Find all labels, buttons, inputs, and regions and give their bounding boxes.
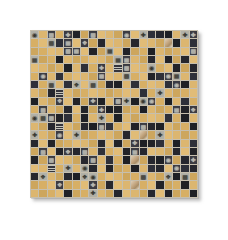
tile: [181, 81, 188, 88]
tile: ◉: [173, 81, 180, 88]
tile: [190, 64, 197, 71]
tile: [89, 73, 96, 80]
tile: [173, 48, 180, 55]
tile: [81, 31, 88, 38]
tile: [98, 56, 105, 63]
tile: [39, 181, 46, 188]
tile: [140, 39, 147, 46]
tile: [156, 39, 163, 46]
tile: [81, 81, 88, 88]
tile: [89, 148, 96, 155]
tile: [165, 89, 172, 96]
tile: [181, 56, 188, 63]
tile: [156, 114, 163, 121]
tile: [98, 173, 105, 180]
tile: [73, 140, 80, 147]
tile: [140, 181, 147, 188]
tile: [165, 31, 172, 38]
tile: [181, 73, 188, 80]
tile: [131, 131, 138, 138]
tile: [156, 48, 163, 55]
tile: [98, 39, 105, 46]
tile: [31, 48, 38, 55]
tile: [89, 56, 96, 63]
tile: [165, 39, 172, 46]
tile: [31, 165, 38, 172]
tile: [31, 190, 38, 197]
tile: [156, 165, 163, 172]
tile: [73, 106, 80, 113]
tile: [165, 81, 172, 88]
tile: [140, 106, 147, 113]
tile: ◉: [89, 173, 96, 180]
tile: [39, 81, 46, 88]
tile: [73, 148, 80, 155]
tile: [173, 131, 180, 138]
tile: [31, 81, 38, 88]
tile: ✚: [131, 140, 138, 147]
tile: [140, 64, 147, 71]
tile: ◉: [148, 98, 155, 105]
tile: [39, 131, 46, 138]
tile: [48, 48, 55, 55]
tile: [31, 148, 38, 155]
tile: ▩: [123, 73, 130, 80]
tile: [181, 89, 188, 96]
tile: [106, 181, 113, 188]
tile: [64, 156, 71, 163]
tile: ❖: [56, 98, 63, 105]
tile: [190, 131, 197, 138]
tile: [190, 140, 197, 147]
tile: [190, 89, 197, 96]
tile: [131, 31, 138, 38]
tile: ✚: [190, 31, 197, 38]
tile: [181, 106, 188, 113]
tile: [89, 48, 96, 55]
tile: [190, 56, 197, 63]
tile: ▩: [114, 98, 121, 105]
tile: [48, 106, 55, 113]
tile: [181, 131, 188, 138]
tile: [98, 148, 105, 155]
tile: [114, 81, 121, 88]
tile: [181, 190, 188, 197]
tile: [148, 140, 155, 147]
tile: [156, 31, 163, 38]
tile: [123, 89, 130, 96]
tile: [148, 181, 155, 188]
tile: [98, 98, 105, 105]
tile: [190, 81, 197, 88]
tile: [64, 181, 71, 188]
tile: [140, 114, 147, 121]
tile: [39, 56, 46, 63]
tile: [131, 181, 138, 188]
tile: ▦: [114, 56, 121, 63]
tile: [165, 165, 172, 172]
tile: [73, 181, 80, 188]
tile: ✚: [181, 31, 188, 38]
tile: [165, 64, 172, 71]
tile: [64, 173, 71, 180]
tile: [165, 181, 172, 188]
tile: [148, 73, 155, 80]
tile: [140, 156, 147, 163]
tile: [98, 131, 105, 138]
tile: [98, 190, 105, 197]
tile: [140, 89, 147, 96]
tile: ▩: [89, 156, 96, 163]
tile: [89, 114, 96, 121]
tile: [173, 89, 180, 96]
tile: [89, 123, 96, 130]
tile: [181, 181, 188, 188]
tile: [173, 31, 180, 38]
tile: ▦: [106, 48, 113, 55]
tile: [156, 173, 163, 180]
tile: [98, 31, 105, 38]
tile: [114, 123, 121, 130]
tile: [48, 89, 55, 96]
tile: [89, 106, 96, 113]
tile: [131, 81, 138, 88]
tile: [114, 173, 121, 180]
tile: ▦: [131, 148, 138, 155]
tile: [31, 98, 38, 105]
tile: [81, 56, 88, 63]
tile: [173, 56, 180, 63]
tile: [181, 156, 188, 163]
tile: [131, 190, 138, 197]
tile: [156, 81, 163, 88]
tile: [31, 140, 38, 147]
tile: [48, 73, 55, 80]
tile: ✚: [89, 98, 96, 105]
tile: [114, 48, 121, 55]
tile: ▩: [48, 31, 55, 38]
tile: [56, 31, 63, 38]
tile: [89, 39, 96, 46]
tile: [114, 165, 121, 172]
tile: [190, 181, 197, 188]
tile: [89, 165, 96, 172]
tile: ◉: [56, 131, 63, 138]
tile: ◉: [165, 156, 172, 163]
tile: [81, 106, 88, 113]
tile: [31, 123, 38, 130]
tile: ▩: [39, 148, 46, 155]
tile: ▦: [64, 39, 71, 46]
tile: [131, 64, 138, 71]
tile: [156, 73, 163, 80]
tile: [48, 190, 55, 197]
tile: [173, 181, 180, 188]
tile: [39, 48, 46, 55]
tile: [123, 114, 130, 121]
tile: [190, 165, 197, 172]
tile: [56, 165, 63, 172]
tile: [148, 39, 155, 46]
tile: [148, 31, 155, 38]
tile: [73, 114, 80, 121]
tile: [131, 98, 138, 105]
tile: [64, 114, 71, 121]
tile: [73, 64, 80, 71]
tile: [106, 64, 113, 71]
tile: [123, 48, 130, 55]
tile: [114, 131, 121, 138]
tile: [114, 148, 121, 155]
tile: [131, 156, 138, 163]
tile: [148, 165, 155, 172]
tile: [48, 140, 55, 147]
tile: [89, 64, 96, 71]
tile: [73, 89, 80, 96]
tile: [156, 123, 163, 130]
tile: [140, 165, 147, 172]
tile: ❖: [56, 181, 63, 188]
tile: [173, 148, 180, 155]
tile: [123, 140, 130, 147]
tile: [123, 39, 130, 46]
tile: ✚: [64, 165, 71, 172]
tile: [156, 148, 163, 155]
tile: [114, 73, 121, 80]
tile: [106, 31, 113, 38]
tile: [123, 181, 130, 188]
tile: [106, 148, 113, 155]
tile: [106, 156, 113, 163]
tile: [48, 181, 55, 188]
tile: [64, 140, 71, 147]
tile: [106, 190, 113, 197]
tile: [173, 173, 180, 180]
tile: [73, 123, 80, 130]
tile: ▦: [31, 56, 38, 63]
tile: ▩: [98, 123, 105, 130]
tile: [114, 140, 121, 147]
tile: [64, 64, 71, 71]
tile: [165, 140, 172, 147]
tile: [106, 81, 113, 88]
tile: [56, 56, 63, 63]
tile: [81, 48, 88, 55]
tile: [173, 123, 180, 130]
tile: [106, 56, 113, 63]
tile: ◉: [173, 165, 180, 172]
tile: [73, 73, 80, 80]
tile: [98, 165, 105, 172]
tile: ▦: [123, 56, 130, 63]
tile: [190, 39, 197, 46]
tile: [140, 131, 147, 138]
tile: [190, 123, 197, 130]
tile: [106, 106, 113, 113]
tile: [106, 73, 113, 80]
tile: [106, 89, 113, 96]
tile: [148, 173, 155, 180]
tile: ▩: [140, 123, 147, 130]
tile: [56, 39, 63, 46]
tile: [123, 148, 130, 155]
tile: [64, 81, 71, 88]
tile: [165, 131, 172, 138]
tile: [156, 190, 163, 197]
tile: [56, 48, 63, 55]
tile: [98, 89, 105, 96]
tile: [98, 48, 105, 55]
tile: [148, 123, 155, 130]
tile: [131, 173, 138, 180]
tile: [140, 140, 147, 147]
tile: [114, 39, 121, 46]
tile: [64, 106, 71, 113]
tile: [39, 123, 46, 130]
tile: ▩: [181, 173, 188, 180]
tile: [73, 31, 80, 38]
tile: ▩: [89, 31, 96, 38]
tile: [56, 64, 63, 71]
tile: ▩: [190, 48, 197, 55]
tile: [73, 56, 80, 63]
tile: ◉: [31, 31, 38, 38]
tile: [190, 173, 197, 180]
tile: [106, 173, 113, 180]
tile: [106, 98, 113, 105]
tile: ✚: [98, 106, 105, 113]
tile: [131, 114, 138, 121]
tile: [73, 190, 80, 197]
tile: [190, 114, 197, 121]
tile: ▦: [173, 106, 180, 113]
tile: [148, 131, 155, 138]
tile: [81, 131, 88, 138]
tile: [148, 148, 155, 155]
tile: [48, 98, 55, 105]
tile: [31, 106, 38, 113]
tile: [165, 190, 172, 197]
tile: ▩: [81, 148, 88, 155]
tile: [48, 165, 55, 172]
tile: [114, 31, 121, 38]
tile: [181, 98, 188, 105]
tile: [140, 48, 147, 55]
tile: [106, 114, 113, 121]
tile: [106, 165, 113, 172]
tile: ◉: [140, 98, 147, 105]
tile: ✚: [123, 98, 130, 105]
tile: ▩: [123, 64, 130, 71]
tile: [73, 98, 80, 105]
tile: [56, 173, 63, 180]
tile: [148, 114, 155, 121]
tile: [173, 64, 180, 71]
tile: [39, 156, 46, 163]
tile: [165, 56, 172, 63]
tile: ✚: [98, 114, 105, 121]
tile: [148, 106, 155, 113]
tile: [81, 156, 88, 163]
tile: [39, 89, 46, 96]
tile: [190, 98, 197, 105]
tile: [114, 190, 121, 197]
tile: [81, 114, 88, 121]
tile: ❖: [165, 173, 172, 180]
tile: [56, 106, 63, 113]
tile: [39, 31, 46, 38]
tile: [39, 140, 46, 147]
tile: [81, 181, 88, 188]
tile: [48, 64, 55, 71]
tile: [173, 39, 180, 46]
tile: [64, 98, 71, 105]
tile: [73, 173, 80, 180]
tile: ◉: [165, 73, 172, 80]
tile: [39, 64, 46, 71]
tile: ✚: [98, 64, 105, 71]
tile: [56, 81, 63, 88]
tile: [114, 114, 121, 121]
tile: [114, 181, 121, 188]
tile: [89, 131, 96, 138]
tile: [140, 190, 147, 197]
tile: [165, 114, 172, 121]
tile: [131, 48, 138, 55]
tile: [56, 140, 63, 147]
tile: [156, 56, 163, 63]
tile: ❖: [190, 106, 197, 113]
mosaic-tile-sheet: ◉▩✚▩◉✚✚✚▩▦❖▩▦▦▩▦▦▦✚▩◉◉▦▩◉▦▩❖▩◉✚❖✚▩✚◉◉▩✚▦…: [30, 30, 198, 198]
tile: [156, 98, 163, 105]
tile: [140, 56, 147, 63]
tile: [140, 81, 147, 88]
tile: [123, 173, 130, 180]
tile: [64, 123, 71, 130]
tile: [81, 89, 88, 96]
tile: [123, 156, 130, 163]
tile: [48, 56, 55, 63]
tile: ◉: [81, 165, 88, 172]
tile: [106, 131, 113, 138]
tile: ✚: [156, 89, 163, 96]
tile: [89, 89, 96, 96]
tile: [190, 148, 197, 155]
tile: [56, 156, 63, 163]
tile: [173, 156, 180, 163]
tile: [181, 165, 188, 172]
tile: ▩: [39, 106, 46, 113]
tile: [190, 190, 197, 197]
tile: [148, 89, 155, 96]
tile: [56, 123, 63, 130]
tile: [48, 148, 55, 155]
tile: [39, 39, 46, 46]
tile: [131, 73, 138, 80]
tile: [56, 89, 63, 96]
tile: [123, 123, 130, 130]
tile: ◉: [123, 31, 130, 38]
tile: ▩: [48, 81, 55, 88]
tile: [148, 81, 155, 88]
tile: [56, 114, 63, 121]
tile: [39, 98, 46, 105]
tile: [106, 39, 113, 46]
tile: [73, 39, 80, 46]
tile: [73, 156, 80, 163]
tile: [148, 48, 155, 55]
tile: [181, 140, 188, 147]
